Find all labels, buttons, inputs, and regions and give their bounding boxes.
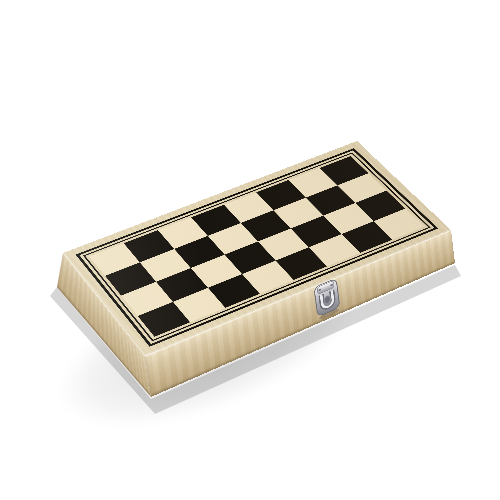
chess-box-product-photo [0, 0, 500, 500]
